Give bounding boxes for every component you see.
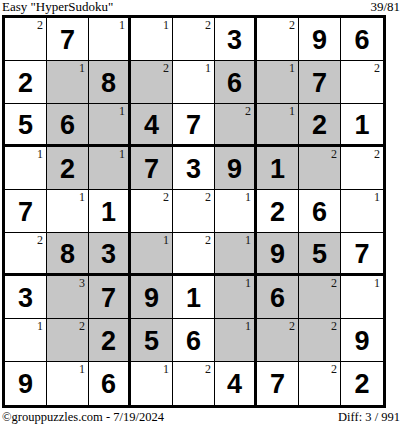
cell-r2c2[interactable]: 1 <box>47 61 89 104</box>
given-digit: 1 <box>270 154 285 183</box>
cell-r1c4[interactable]: 1 <box>131 18 173 61</box>
corner-mark: 2 <box>374 62 380 74</box>
corner-mark: 1 <box>119 105 125 117</box>
cell-r1c3[interactable]: 1 <box>89 18 131 61</box>
cell-r4c7[interactable]: 1 <box>257 147 299 190</box>
cell-r6c8[interactable]: 5 <box>299 233 341 276</box>
cell-r4c1[interactable]: 1 <box>5 147 47 190</box>
cell-r1c8[interactable]: 9 <box>299 18 341 61</box>
corner-mark: 2 <box>205 191 211 203</box>
given-digit: 7 <box>186 110 201 139</box>
corner-mark: 2 <box>37 234 43 246</box>
cell-r8c1[interactable]: 1 <box>5 319 47 362</box>
cell-r2c4[interactable]: 2 <box>131 61 173 104</box>
cell-r8c9[interactable]: 9 <box>341 319 383 362</box>
cell-r6c3[interactable]: 3 <box>89 233 131 276</box>
given-digit: 1 <box>354 110 369 139</box>
given-digit: 7 <box>270 369 285 398</box>
cell-r2c1[interactable]: 2 <box>5 61 47 104</box>
given-digit: 4 <box>144 110 159 139</box>
cell-r5c3[interactable]: 1 <box>89 190 131 233</box>
corner-mark: 3 <box>79 277 85 289</box>
progress-counter: 39/81 <box>370 0 400 14</box>
cell-r2c3[interactable]: 8 <box>89 61 131 104</box>
given-digit: 6 <box>270 283 285 312</box>
given-digit: 5 <box>312 239 327 268</box>
page-footer: ©grouppuzzles.com - 7/19/2024 Diff: 3 / … <box>0 408 402 424</box>
cell-r9c3[interactable]: 6 <box>89 362 131 405</box>
cell-r4c6[interactable]: 9 <box>215 147 257 190</box>
cell-r1c6[interactable]: 3 <box>215 18 257 61</box>
given-digit: 6 <box>186 326 201 355</box>
cell-r6c5[interactable]: 2 <box>173 233 215 276</box>
cell-r2c9[interactable]: 2 <box>341 61 383 104</box>
corner-mark: 1 <box>289 62 295 74</box>
cell-r6c1[interactable]: 2 <box>5 233 47 276</box>
cell-r3c7[interactable]: 1 <box>257 104 299 147</box>
puzzle-title: Easy "HyperSudoku" <box>2 0 113 14</box>
cell-r2c5[interactable]: 1 <box>173 61 215 104</box>
corner-mark: 1 <box>245 234 251 246</box>
corner-mark: 1 <box>119 19 125 31</box>
cell-r7c1[interactable]: 3 <box>5 276 47 319</box>
given-digit: 5 <box>144 326 159 355</box>
cell-r4c9[interactable]: 2 <box>341 147 383 190</box>
cell-r7c2[interactable]: 3 <box>47 276 89 319</box>
corner-mark: 1 <box>79 363 85 375</box>
given-digit: 2 <box>354 369 369 398</box>
corner-mark: 2 <box>37 19 43 31</box>
cell-r6c7[interactable]: 9 <box>257 233 299 276</box>
cell-r5c7[interactable]: 2 <box>257 190 299 233</box>
given-digit: 9 <box>312 25 327 54</box>
cell-r7c4[interactable]: 9 <box>131 276 173 319</box>
given-digit: 6 <box>227 68 242 97</box>
cell-r9c5[interactable]: 2 <box>173 362 215 405</box>
given-digit: 1 <box>186 283 201 312</box>
given-digit: 8 <box>60 239 75 268</box>
cell-r5c4[interactable]: 2 <box>131 190 173 233</box>
given-digit: 8 <box>101 68 116 97</box>
cell-r1c2[interactable]: 7 <box>47 18 89 61</box>
corner-mark: 1 <box>119 148 125 160</box>
given-digit: 1 <box>101 197 116 226</box>
cell-r5c8[interactable]: 6 <box>299 190 341 233</box>
given-digit: 4 <box>227 369 242 398</box>
cell-r6c9[interactable]: 7 <box>341 233 383 276</box>
corner-mark: 2 <box>205 234 211 246</box>
given-digit: 3 <box>186 154 201 183</box>
given-digit: 2 <box>101 326 116 355</box>
cell-r8c6[interactable]: 1 <box>215 319 257 362</box>
cell-r5c2[interactable]: 1 <box>47 190 89 233</box>
cell-r5c6[interactable]: 1 <box>215 190 257 233</box>
cell-r9c8[interactable]: 2 <box>299 362 341 405</box>
given-digit: 7 <box>144 154 159 183</box>
cell-r8c8[interactable]: 2 <box>299 319 341 362</box>
corner-mark: 1 <box>37 320 43 332</box>
corner-mark: 1 <box>163 363 169 375</box>
cell-r1c1[interactable]: 2 <box>5 18 47 61</box>
cell-r3c8[interactable]: 2 <box>299 104 341 147</box>
given-digit: 2 <box>312 110 327 139</box>
cell-r8c2[interactable]: 2 <box>47 319 89 362</box>
given-digit: 3 <box>101 239 116 268</box>
corner-mark: 1 <box>289 105 295 117</box>
cell-r4c5[interactable]: 3 <box>173 147 215 190</box>
cell-r2c8[interactable]: 7 <box>299 61 341 104</box>
cell-r2c6[interactable]: 6 <box>215 61 257 104</box>
cell-r5c9[interactable]: 1 <box>341 190 383 233</box>
corner-mark: 1 <box>37 148 43 160</box>
corner-mark: 2 <box>79 320 85 332</box>
given-digit: 7 <box>354 239 369 268</box>
cell-r3c9[interactable]: 1 <box>341 104 383 147</box>
cell-r3c4[interactable]: 4 <box>131 104 173 147</box>
corner-mark: 2 <box>331 277 337 289</box>
page-header: Easy "HyperSudoku" 39/81 <box>0 0 402 15</box>
corner-mark: 2 <box>163 191 169 203</box>
copyright-text: ©grouppuzzles.com - 7/19/2024 <box>2 411 164 424</box>
corner-mark: 1 <box>374 277 380 289</box>
corner-mark: 2 <box>163 62 169 74</box>
given-digit: 7 <box>60 25 75 54</box>
corner-mark: 2 <box>205 19 211 31</box>
cell-r9c1[interactable]: 9 <box>5 362 47 405</box>
cell-r3c2[interactable]: 6 <box>47 104 89 147</box>
given-digit: 6 <box>60 110 75 139</box>
corner-mark: 1 <box>79 191 85 203</box>
cell-r3c1[interactable]: 5 <box>5 104 47 147</box>
corner-mark: 1 <box>79 62 85 74</box>
corner-mark: 2 <box>374 148 380 160</box>
cell-r8c7[interactable]: 2 <box>257 319 299 362</box>
cell-r5c1[interactable]: 7 <box>5 190 47 233</box>
given-digit: 2 <box>60 154 75 183</box>
cell-r4c3[interactable]: 1 <box>89 147 131 190</box>
corner-mark: 2 <box>331 320 337 332</box>
cell-r9c6[interactable]: 4 <box>215 362 257 405</box>
cell-r6c4[interactable]: 1 <box>131 233 173 276</box>
given-digit: 7 <box>18 197 33 226</box>
given-digit: 7 <box>312 68 327 97</box>
given-digit: 2 <box>270 197 285 226</box>
given-digit: 6 <box>101 369 116 398</box>
cell-r9c7[interactable]: 7 <box>257 362 299 405</box>
cell-r9c4[interactable]: 1 <box>131 362 173 405</box>
cell-r6c6[interactable]: 1 <box>215 233 257 276</box>
cell-r7c7[interactable]: 6 <box>257 276 299 319</box>
corner-mark: 2 <box>289 19 295 31</box>
given-digit: 6 <box>354 25 369 54</box>
cell-r4c8[interactable]: 2 <box>299 147 341 190</box>
corner-mark: 1 <box>205 62 211 74</box>
corner-mark: 1 <box>245 320 251 332</box>
difficulty-text: Diff: 3 / 991 <box>338 411 400 424</box>
cell-r7c6[interactable]: 1 <box>215 276 257 319</box>
cell-r7c9[interactable]: 1 <box>341 276 383 319</box>
given-digit: 3 <box>18 283 33 312</box>
given-digit: 9 <box>18 369 33 398</box>
cell-r3c3[interactable]: 1 <box>89 104 131 147</box>
given-digit: 5 <box>18 110 33 139</box>
cell-r1c7[interactable]: 2 <box>257 18 299 61</box>
given-digit: 6 <box>312 197 327 226</box>
corner-mark: 1 <box>163 234 169 246</box>
cell-r1c5[interactable]: 2 <box>173 18 215 61</box>
cell-r4c4[interactable]: 7 <box>131 147 173 190</box>
cell-r8c5[interactable]: 6 <box>173 319 215 362</box>
cell-r7c5[interactable]: 1 <box>173 276 215 319</box>
given-digit: 9 <box>354 326 369 355</box>
corner-mark: 1 <box>245 277 251 289</box>
cell-r1c9[interactable]: 6 <box>341 18 383 61</box>
cell-r5c5[interactable]: 2 <box>173 190 215 233</box>
corner-mark: 2 <box>331 363 337 375</box>
given-digit: 3 <box>227 25 242 54</box>
cell-r6c2[interactable]: 8 <box>47 233 89 276</box>
given-digit: 7 <box>101 283 116 312</box>
corner-mark: 1 <box>163 19 169 31</box>
cell-r8c4[interactable]: 5 <box>131 319 173 362</box>
corner-mark: 2 <box>289 320 295 332</box>
given-digit: 9 <box>144 283 159 312</box>
corner-mark: 1 <box>245 191 251 203</box>
corner-mark: 2 <box>245 105 251 117</box>
cell-r9c2[interactable]: 1 <box>47 362 89 405</box>
cell-r9c9[interactable]: 2 <box>341 362 383 405</box>
given-digit: 9 <box>270 239 285 268</box>
given-digit: 9 <box>227 154 242 183</box>
corner-mark: 2 <box>205 363 211 375</box>
corner-mark: 2 <box>331 148 337 160</box>
cell-r3c5[interactable]: 7 <box>173 104 215 147</box>
cell-r7c8[interactable]: 2 <box>299 276 341 319</box>
cell-r3c6[interactable]: 2 <box>215 104 257 147</box>
given-digit: 2 <box>18 68 33 97</box>
corner-mark: 1 <box>374 191 380 203</box>
cell-r7c3[interactable]: 7 <box>89 276 131 319</box>
sudoku-grid: 2711232962182161725614721211217391227112… <box>2 15 386 408</box>
cell-r8c3[interactable]: 2 <box>89 319 131 362</box>
cell-r2c7[interactable]: 1 <box>257 61 299 104</box>
cell-r4c2[interactable]: 2 <box>47 147 89 190</box>
